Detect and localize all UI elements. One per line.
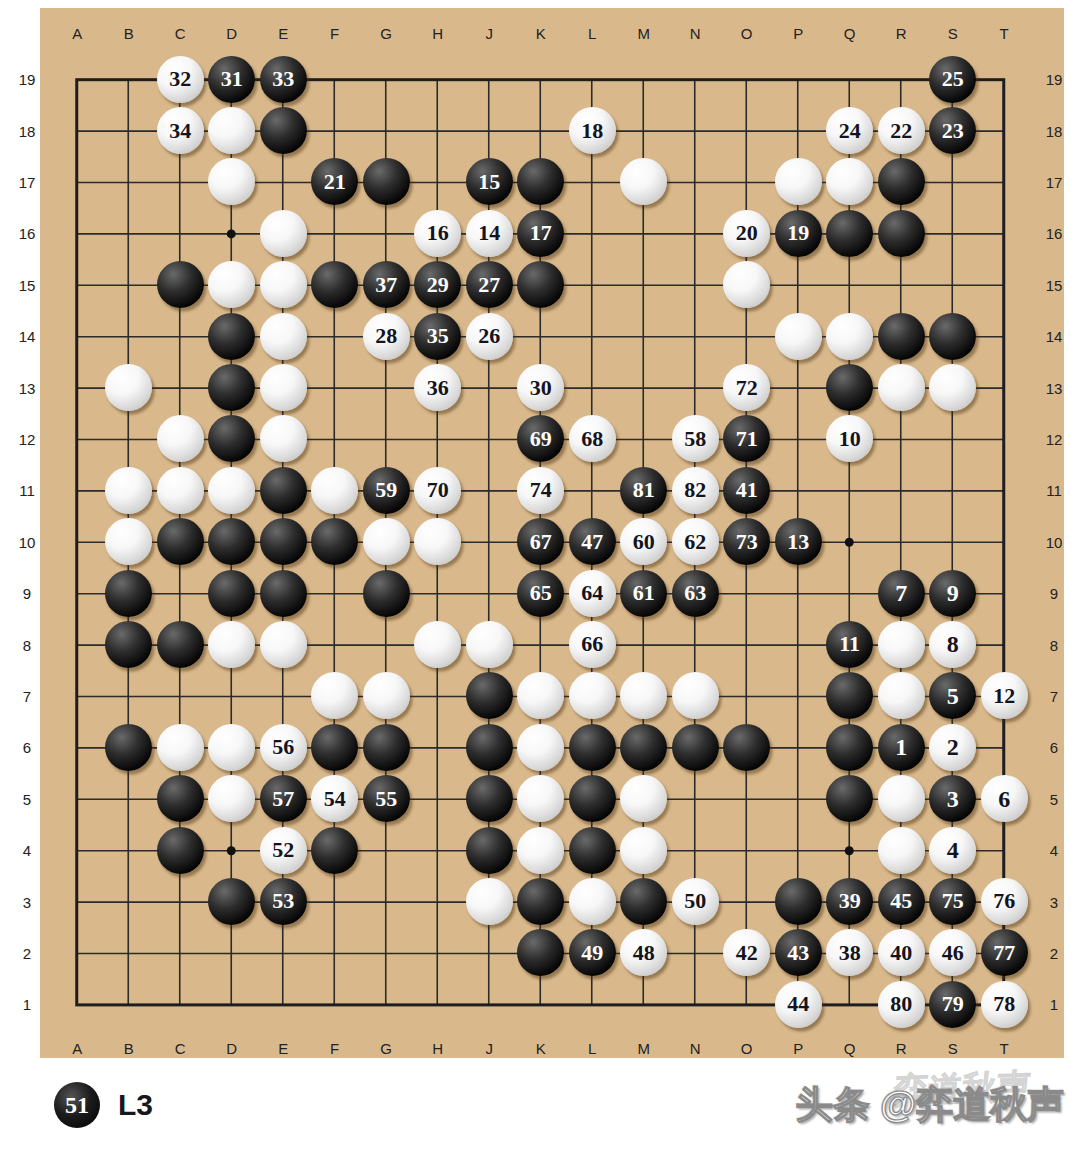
stone-O2: 42 bbox=[723, 929, 770, 976]
move-number-42: 42 bbox=[736, 942, 758, 964]
stone-L12: 68 bbox=[569, 415, 616, 462]
move-number-5: 5 bbox=[947, 684, 959, 708]
stone-G11: 59 bbox=[363, 467, 410, 514]
move-number-3: 3 bbox=[947, 787, 959, 811]
stone-S9: 9 bbox=[929, 570, 976, 617]
coord-label-12: 12 bbox=[1046, 431, 1063, 448]
stone-P17 bbox=[775, 158, 822, 205]
move-number-39: 39 bbox=[839, 890, 861, 912]
coord-label-P: P bbox=[793, 1040, 803, 1057]
stone-R17 bbox=[878, 158, 925, 205]
stone-E13 bbox=[260, 364, 307, 411]
coord-label-7: 7 bbox=[1050, 688, 1058, 705]
stone-R14 bbox=[878, 313, 925, 360]
move-caption: 51 L3 bbox=[54, 1082, 153, 1128]
move-number-10: 10 bbox=[839, 428, 861, 450]
stone-F4 bbox=[311, 827, 358, 874]
coord-label-A: A bbox=[72, 1040, 82, 1057]
stone-F7 bbox=[311, 672, 358, 719]
stone-O6 bbox=[723, 724, 770, 771]
move-number-47: 47 bbox=[581, 531, 603, 553]
coord-label-6: 6 bbox=[1050, 739, 1058, 756]
stone-L8: 66 bbox=[569, 621, 616, 668]
stone-D5 bbox=[208, 775, 255, 822]
move-number-40: 40 bbox=[890, 942, 912, 964]
coord-label-N: N bbox=[690, 25, 701, 42]
coord-label-M: M bbox=[637, 25, 650, 42]
move-number-49: 49 bbox=[581, 942, 603, 964]
coord-label-5: 5 bbox=[23, 790, 31, 807]
stone-O10: 73 bbox=[723, 518, 770, 565]
stone-Q7 bbox=[826, 672, 873, 719]
stone-K7 bbox=[517, 672, 564, 719]
stone-S6: 2 bbox=[929, 724, 976, 771]
stone-K16: 17 bbox=[517, 210, 564, 257]
stone-K13: 30 bbox=[517, 364, 564, 411]
move-number-71: 71 bbox=[736, 428, 758, 450]
coord-label-Q: Q bbox=[844, 25, 856, 42]
stone-O16: 20 bbox=[723, 210, 770, 257]
stone-Q16 bbox=[826, 210, 873, 257]
stone-E3: 53 bbox=[260, 878, 307, 925]
stone-B9 bbox=[105, 570, 152, 617]
coord-label-10: 10 bbox=[19, 533, 36, 550]
move-number-28: 28 bbox=[375, 325, 397, 347]
stone-P10: 13 bbox=[775, 518, 822, 565]
move-number-46: 46 bbox=[942, 942, 964, 964]
stone-G5: 55 bbox=[363, 775, 410, 822]
stone-S8: 8 bbox=[929, 621, 976, 668]
move-number-41: 41 bbox=[736, 479, 758, 501]
move-number-23: 23 bbox=[942, 120, 964, 142]
stone-J16: 14 bbox=[466, 210, 513, 257]
stone-G17 bbox=[363, 158, 410, 205]
stone-M2: 48 bbox=[620, 929, 667, 976]
stone-E8 bbox=[260, 621, 307, 668]
coord-label-15: 15 bbox=[1046, 276, 1063, 293]
stone-T2: 77 bbox=[981, 929, 1028, 976]
coord-label-R: R bbox=[896, 25, 907, 42]
stone-Q5 bbox=[826, 775, 873, 822]
move-number-73: 73 bbox=[736, 531, 758, 553]
move-number-31: 31 bbox=[221, 68, 243, 90]
stone-J17: 15 bbox=[466, 158, 513, 205]
move-number-1: 1 bbox=[895, 735, 907, 759]
move-number-76: 76 bbox=[993, 890, 1015, 912]
stone-B13 bbox=[105, 364, 152, 411]
move-number-6: 6 bbox=[998, 787, 1010, 811]
stone-F5: 54 bbox=[311, 775, 358, 822]
coord-label-11: 11 bbox=[1046, 482, 1062, 499]
stone-K12: 69 bbox=[517, 415, 564, 462]
stone-Q12: 10 bbox=[826, 415, 873, 462]
stone-D13 bbox=[208, 364, 255, 411]
stone-G14: 28 bbox=[363, 313, 410, 360]
stone-B11 bbox=[105, 467, 152, 514]
coord-label-11: 11 bbox=[19, 482, 35, 499]
move-number-78: 78 bbox=[993, 993, 1015, 1015]
move-number-29: 29 bbox=[427, 274, 449, 296]
move-number-55: 55 bbox=[375, 788, 397, 810]
move-number-37: 37 bbox=[375, 274, 397, 296]
stone-E18 bbox=[260, 107, 307, 154]
coord-label-F: F bbox=[330, 1040, 339, 1057]
stone-E14 bbox=[260, 313, 307, 360]
coord-label-T: T bbox=[1000, 1040, 1009, 1057]
stone-N10: 62 bbox=[672, 518, 719, 565]
stone-H10 bbox=[414, 518, 461, 565]
move-number-59: 59 bbox=[375, 479, 397, 501]
stone-R6: 1 bbox=[878, 724, 925, 771]
stone-M11: 81 bbox=[620, 467, 667, 514]
move-number-65: 65 bbox=[530, 582, 552, 604]
stone-R7 bbox=[878, 672, 925, 719]
coord-label-J: J bbox=[485, 25, 493, 42]
stone-M3 bbox=[620, 878, 667, 925]
coord-label-18: 18 bbox=[1046, 122, 1063, 139]
stone-T7: 12 bbox=[981, 672, 1028, 719]
stone-C19: 32 bbox=[157, 56, 204, 103]
stone-C6 bbox=[157, 724, 204, 771]
stone-H13: 36 bbox=[414, 364, 461, 411]
stone-E15 bbox=[260, 261, 307, 308]
stone-D18 bbox=[208, 107, 255, 154]
move-number-66: 66 bbox=[581, 633, 603, 655]
coord-label-A: A bbox=[72, 25, 82, 42]
stone-P2: 43 bbox=[775, 929, 822, 976]
stone-S5: 3 bbox=[929, 775, 976, 822]
coord-label-O: O bbox=[741, 1040, 753, 1057]
coord-label-F: F bbox=[330, 25, 339, 42]
go-diagram-page: AABBCCDDEEFFGGHHJJKKLLMMNNOOPPQQRRSSTT19… bbox=[0, 0, 1080, 1156]
stone-M17 bbox=[620, 158, 667, 205]
coord-label-H: H bbox=[432, 25, 443, 42]
coord-label-L: L bbox=[588, 1040, 596, 1057]
stone-D15 bbox=[208, 261, 255, 308]
move-number-12: 12 bbox=[993, 685, 1015, 707]
watermark-ghost-text: 弈道秋声 bbox=[892, 1064, 1033, 1115]
stone-L6 bbox=[569, 724, 616, 771]
stone-K10: 67 bbox=[517, 518, 564, 565]
coord-label-14: 14 bbox=[1046, 328, 1063, 345]
coord-label-G: G bbox=[380, 25, 392, 42]
coord-label-8: 8 bbox=[1050, 636, 1058, 653]
move-number-2: 2 bbox=[947, 735, 959, 759]
stone-Q17 bbox=[826, 158, 873, 205]
stone-D10 bbox=[208, 518, 255, 565]
stone-M4 bbox=[620, 827, 667, 874]
watermark-text: 头条 @弈道秋声 bbox=[796, 1084, 1064, 1125]
stone-R8 bbox=[878, 621, 925, 668]
move-number-50: 50 bbox=[684, 890, 706, 912]
move-number-33: 33 bbox=[272, 68, 294, 90]
move-number-9: 9 bbox=[947, 581, 959, 605]
stone-G9 bbox=[363, 570, 410, 617]
move-number-35: 35 bbox=[427, 325, 449, 347]
stone-E12 bbox=[260, 415, 307, 462]
coord-label-T: T bbox=[1000, 25, 1009, 42]
coord-label-K: K bbox=[536, 25, 546, 42]
stone-F11 bbox=[311, 467, 358, 514]
move-number-48: 48 bbox=[633, 942, 655, 964]
stone-J14: 26 bbox=[466, 313, 513, 360]
stone-C8 bbox=[157, 621, 204, 668]
stone-L18: 18 bbox=[569, 107, 616, 154]
coord-label-17: 17 bbox=[1046, 174, 1063, 191]
stone-S18: 23 bbox=[929, 107, 976, 154]
stone-K15 bbox=[517, 261, 564, 308]
stone-J15: 27 bbox=[466, 261, 513, 308]
stone-O15 bbox=[723, 261, 770, 308]
move-number-79: 79 bbox=[942, 993, 964, 1015]
coord-label-D: D bbox=[226, 1040, 237, 1057]
stone-S13 bbox=[929, 364, 976, 411]
stone-C15 bbox=[157, 261, 204, 308]
move-number-24: 24 bbox=[839, 120, 861, 142]
move-number-67: 67 bbox=[530, 531, 552, 553]
coord-label-S: S bbox=[948, 1040, 958, 1057]
stone-L2: 49 bbox=[569, 929, 616, 976]
stone-D8 bbox=[208, 621, 255, 668]
coord-label-6: 6 bbox=[23, 739, 31, 756]
move-number-34: 34 bbox=[169, 120, 191, 142]
stones-layer: 3231332534182422232115161417201937292728… bbox=[51, 54, 1030, 1030]
stone-M6 bbox=[620, 724, 667, 771]
stone-H14: 35 bbox=[414, 313, 461, 360]
move-number-45: 45 bbox=[890, 890, 912, 912]
stone-S1: 79 bbox=[929, 981, 976, 1028]
caption-location-label: L3 bbox=[118, 1088, 153, 1122]
stone-S4: 4 bbox=[929, 827, 976, 874]
coord-label-3: 3 bbox=[23, 893, 31, 910]
move-number-61: 61 bbox=[633, 582, 655, 604]
move-number-26: 26 bbox=[478, 325, 500, 347]
stone-P1: 44 bbox=[775, 981, 822, 1028]
move-number-17: 17 bbox=[530, 222, 552, 244]
coord-label-7: 7 bbox=[23, 688, 31, 705]
move-number-64: 64 bbox=[581, 582, 603, 604]
move-number-82: 82 bbox=[684, 479, 706, 501]
stone-Q14 bbox=[826, 313, 873, 360]
move-number-77: 77 bbox=[993, 942, 1015, 964]
stone-O12: 71 bbox=[723, 415, 770, 462]
stone-B10 bbox=[105, 518, 152, 565]
coord-label-S: S bbox=[948, 25, 958, 42]
move-number-44: 44 bbox=[787, 993, 809, 1015]
stone-E10 bbox=[260, 518, 307, 565]
stone-J3 bbox=[466, 878, 513, 925]
stone-F15 bbox=[311, 261, 358, 308]
coord-label-E: E bbox=[278, 25, 288, 42]
coord-label-C: C bbox=[175, 1040, 186, 1057]
stone-J6 bbox=[466, 724, 513, 771]
move-number-81: 81 bbox=[633, 479, 655, 501]
move-number-19: 19 bbox=[787, 222, 809, 244]
stone-N6 bbox=[672, 724, 719, 771]
move-number-15: 15 bbox=[478, 171, 500, 193]
stone-E4: 52 bbox=[260, 827, 307, 874]
stone-Q2: 38 bbox=[826, 929, 873, 976]
stone-G15: 37 bbox=[363, 261, 410, 308]
move-number-8: 8 bbox=[947, 632, 959, 656]
stone-D19: 31 bbox=[208, 56, 255, 103]
stone-Q13 bbox=[826, 364, 873, 411]
stone-D9 bbox=[208, 570, 255, 617]
stone-E11 bbox=[260, 467, 307, 514]
stone-K9: 65 bbox=[517, 570, 564, 617]
coord-label-14: 14 bbox=[19, 328, 36, 345]
stone-B6 bbox=[105, 724, 152, 771]
stone-C5 bbox=[157, 775, 204, 822]
stone-E19: 33 bbox=[260, 56, 307, 103]
stone-K6 bbox=[517, 724, 564, 771]
coord-label-12: 12 bbox=[19, 431, 36, 448]
stone-D14 bbox=[208, 313, 255, 360]
stone-R5 bbox=[878, 775, 925, 822]
move-number-72: 72 bbox=[736, 377, 758, 399]
coord-label-B: B bbox=[124, 1040, 134, 1057]
stone-P16: 19 bbox=[775, 210, 822, 257]
coord-label-N: N bbox=[690, 1040, 701, 1057]
stone-R1: 80 bbox=[878, 981, 925, 1028]
move-number-22: 22 bbox=[890, 120, 912, 142]
stone-D3 bbox=[208, 878, 255, 925]
toutiao-logo-icon bbox=[764, 1094, 790, 1120]
coord-label-5: 5 bbox=[1050, 790, 1058, 807]
move-number-63: 63 bbox=[684, 582, 706, 604]
coord-label-2: 2 bbox=[23, 945, 31, 962]
move-number-56: 56 bbox=[272, 736, 294, 758]
stone-E6: 56 bbox=[260, 724, 307, 771]
move-number-36: 36 bbox=[427, 377, 449, 399]
stone-M5 bbox=[620, 775, 667, 822]
move-number-38: 38 bbox=[839, 942, 861, 964]
stone-R18: 22 bbox=[878, 107, 925, 154]
coord-label-10: 10 bbox=[1046, 533, 1063, 550]
stone-R13 bbox=[878, 364, 925, 411]
move-number-21: 21 bbox=[324, 171, 346, 193]
stone-L5 bbox=[569, 775, 616, 822]
coord-label-E: E bbox=[278, 1040, 288, 1057]
coord-label-C: C bbox=[175, 25, 186, 42]
move-number-52: 52 bbox=[272, 839, 294, 861]
stone-N9: 63 bbox=[672, 570, 719, 617]
stone-M7 bbox=[620, 672, 667, 719]
stone-L9: 64 bbox=[569, 570, 616, 617]
stone-T3: 76 bbox=[981, 878, 1028, 925]
stone-S19: 25 bbox=[929, 56, 976, 103]
coord-label-H: H bbox=[432, 1040, 443, 1057]
coord-label-9: 9 bbox=[23, 585, 31, 602]
stone-C11 bbox=[157, 467, 204, 514]
coord-label-19: 19 bbox=[1046, 71, 1063, 88]
coord-label-3: 3 bbox=[1050, 893, 1058, 910]
stone-L3 bbox=[569, 878, 616, 925]
stone-K2 bbox=[517, 929, 564, 976]
coord-label-R: R bbox=[896, 1040, 907, 1057]
stone-R16 bbox=[878, 210, 925, 257]
stone-F17: 21 bbox=[311, 158, 358, 205]
move-number-58: 58 bbox=[684, 428, 706, 450]
stone-L10: 47 bbox=[569, 518, 616, 565]
stone-H15: 29 bbox=[414, 261, 461, 308]
stone-Q3: 39 bbox=[826, 878, 873, 925]
move-number-69: 69 bbox=[530, 428, 552, 450]
coord-label-16: 16 bbox=[1046, 225, 1063, 242]
coord-label-13: 13 bbox=[19, 379, 36, 396]
coord-label-4: 4 bbox=[23, 842, 31, 859]
coord-label-18: 18 bbox=[19, 122, 36, 139]
coord-label-K: K bbox=[536, 1040, 546, 1057]
stone-N11: 82 bbox=[672, 467, 719, 514]
move-number-74: 74 bbox=[530, 479, 552, 501]
stone-K17 bbox=[517, 158, 564, 205]
move-number-68: 68 bbox=[581, 428, 603, 450]
stone-G6 bbox=[363, 724, 410, 771]
stone-S14 bbox=[929, 313, 976, 360]
coord-label-O: O bbox=[741, 25, 753, 42]
stone-J7 bbox=[466, 672, 513, 719]
watermark: 弈道秋声 头条 @弈道秋声 bbox=[764, 1080, 1064, 1130]
stone-R3: 45 bbox=[878, 878, 925, 925]
stone-J8 bbox=[466, 621, 513, 668]
coord-label-1: 1 bbox=[1050, 996, 1058, 1013]
stone-R2: 40 bbox=[878, 929, 925, 976]
move-number-25: 25 bbox=[942, 68, 964, 90]
coord-label-M: M bbox=[637, 1040, 650, 1057]
stone-G10 bbox=[363, 518, 410, 565]
stone-H16: 16 bbox=[414, 210, 461, 257]
stone-P3 bbox=[775, 878, 822, 925]
move-number-80: 80 bbox=[890, 993, 912, 1015]
coord-label-J: J bbox=[485, 1040, 493, 1057]
stone-F10 bbox=[311, 518, 358, 565]
coord-label-8: 8 bbox=[23, 636, 31, 653]
move-number-16: 16 bbox=[427, 222, 449, 244]
stone-J5 bbox=[466, 775, 513, 822]
coord-label-19: 19 bbox=[19, 71, 36, 88]
stone-M9: 61 bbox=[620, 570, 667, 617]
stone-E16 bbox=[260, 210, 307, 257]
coord-label-B: B bbox=[124, 25, 134, 42]
move-number-62: 62 bbox=[684, 531, 706, 553]
stone-S3: 75 bbox=[929, 878, 976, 925]
stone-N7 bbox=[672, 672, 719, 719]
move-number-75: 75 bbox=[942, 890, 964, 912]
move-number-43: 43 bbox=[787, 942, 809, 964]
stone-R4 bbox=[878, 827, 925, 874]
stone-E9 bbox=[260, 570, 307, 617]
stone-C18: 34 bbox=[157, 107, 204, 154]
stone-K11: 74 bbox=[517, 467, 564, 514]
move-number-30: 30 bbox=[530, 377, 552, 399]
move-number-60: 60 bbox=[633, 531, 655, 553]
move-number-4: 4 bbox=[947, 838, 959, 862]
stone-F6 bbox=[311, 724, 358, 771]
coord-label-1: 1 bbox=[23, 996, 31, 1013]
move-number-20: 20 bbox=[736, 222, 758, 244]
stone-L4 bbox=[569, 827, 616, 874]
coord-label-15: 15 bbox=[19, 276, 36, 293]
coord-label-2: 2 bbox=[1050, 945, 1058, 962]
move-number-57: 57 bbox=[272, 788, 294, 810]
stone-D6 bbox=[208, 724, 255, 771]
coord-label-17: 17 bbox=[19, 174, 36, 191]
caption-stone-black: 51 bbox=[54, 1082, 100, 1128]
stone-N3: 50 bbox=[672, 878, 719, 925]
stone-N12: 58 bbox=[672, 415, 719, 462]
stone-J4 bbox=[466, 827, 513, 874]
